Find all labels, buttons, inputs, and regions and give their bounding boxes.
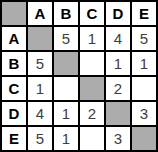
matrix-cell-bc: [80, 52, 104, 75]
row-header-b: B: [2, 52, 26, 75]
row-header-e: E: [2, 127, 26, 150]
column-header-e: E: [132, 2, 156, 25]
matrix-cell-da: 4: [28, 102, 52, 125]
corner-cell: [2, 2, 26, 25]
column-header-b: B: [54, 2, 78, 25]
matrix-cell-ed: 3: [106, 127, 130, 150]
matrix-cell-be: 1: [132, 52, 156, 75]
matrix-cell-ae: 5: [132, 27, 156, 50]
matrix-cell-cb: [54, 77, 78, 100]
diagonal-cell-dd: [106, 102, 130, 125]
diagonal-cell-aa: [28, 27, 52, 50]
diagonal-cell-cc: [80, 77, 104, 100]
diagonal-cell-bb: [54, 52, 78, 75]
row-header-a: A: [2, 27, 26, 50]
matrix-cell-ca: 1: [28, 77, 52, 100]
matrix-cell-eb: 1: [54, 127, 78, 150]
matrix-cell-ce: [132, 77, 156, 100]
matrix-cell-bd: 1: [106, 52, 130, 75]
column-header-c: C: [80, 2, 104, 25]
row-header-c: C: [2, 77, 26, 100]
matrix-cell-ab: 5: [54, 27, 78, 50]
matrix-cell-ac: 1: [80, 27, 104, 50]
column-header-d: D: [106, 2, 130, 25]
diagonal-cell-ee: [132, 127, 156, 150]
matrix-cell-de: 3: [132, 102, 156, 125]
distance-matrix-board: ABCDEA5145B511C12D4123E513: [0, 0, 158, 152]
matrix-cell-ea: 5: [28, 127, 52, 150]
column-header-a: A: [28, 2, 52, 25]
row-header-d: D: [2, 102, 26, 125]
matrix-cell-ba: 5: [28, 52, 52, 75]
matrix-cell-cd: 2: [106, 77, 130, 100]
matrix-cell-ec: [80, 127, 104, 150]
matrix-cell-db: 1: [54, 102, 78, 125]
matrix-cell-dc: 2: [80, 102, 104, 125]
matrix-cell-ad: 4: [106, 27, 130, 50]
